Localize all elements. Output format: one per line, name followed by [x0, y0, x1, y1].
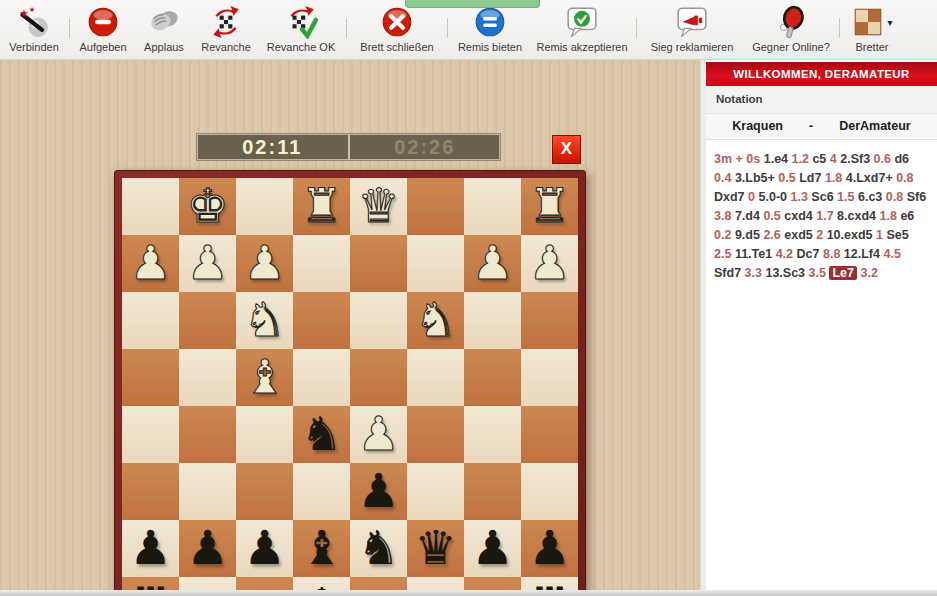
move[interactable]: 5.0-0	[759, 190, 788, 204]
white-pawn: ♟	[464, 235, 521, 292]
square-g6[interactable]	[179, 463, 236, 520]
square-b5[interactable]	[464, 406, 521, 463]
move-time: 0.4	[714, 171, 731, 185]
square-e3[interactable]	[293, 292, 350, 349]
magic-wand-icon: ★★	[17, 5, 51, 39]
close-board-x-button[interactable]: X	[552, 135, 581, 164]
square-h2[interactable]: ♟	[122, 235, 179, 292]
black-knight: ♞	[293, 406, 350, 463]
white-pawn: ♟	[350, 406, 407, 463]
move-time: 2.5	[714, 247, 731, 261]
move[interactable]: 13.Sc3	[765, 266, 805, 280]
claim-win-icon	[675, 5, 709, 39]
toolbar-button-remis-akzeptieren[interactable]: Remis akzeptieren	[530, 3, 634, 53]
move-time: 1.8	[880, 209, 897, 223]
black-pawn: ♟	[236, 520, 293, 577]
square-d2[interactable]	[350, 235, 407, 292]
white-knight: ♞	[407, 292, 464, 349]
square-e4[interactable]	[293, 349, 350, 406]
square-h5[interactable]	[122, 406, 179, 463]
square-a4[interactable]	[521, 349, 578, 406]
square-f5[interactable]	[236, 406, 293, 463]
white-bishop: ♝	[236, 349, 293, 406]
players-header: Kraquen - DerAmateur	[706, 114, 937, 140]
white-pawn: ♟	[179, 235, 236, 292]
black-pawn: ♟	[464, 520, 521, 577]
square-g2[interactable]: ♟	[179, 235, 236, 292]
opponent-online-icon	[774, 5, 808, 39]
move[interactable]: 4.Lxd7+	[846, 171, 893, 185]
clock-bar: 02:11 02:26	[196, 133, 501, 161]
toolbar-button-aufgeben[interactable]: Aufgeben	[72, 3, 134, 53]
square-e2[interactable]	[293, 235, 350, 292]
close-board-icon	[380, 5, 414, 39]
square-e7[interactable]: ♝	[293, 520, 350, 577]
applause-icon	[147, 5, 181, 39]
welcome-banner: WILLKOMMEN, DERAMATEUR	[706, 62, 937, 86]
black-bishop: ♝	[293, 520, 350, 577]
square-h7[interactable]: ♟	[122, 520, 179, 577]
white-pawn: ♟	[236, 235, 293, 292]
move[interactable]: 6.c3	[858, 190, 882, 204]
toolbar-button-label: Applaus	[144, 41, 184, 53]
square-b1[interactable]	[464, 178, 521, 235]
square-c3[interactable]: ♞	[407, 292, 464, 349]
toolbar-button-label: Gegner Online?	[752, 41, 830, 53]
notation-header: Notation	[706, 86, 937, 114]
move[interactable]: Dxd7	[714, 190, 745, 204]
square-c2[interactable]	[407, 235, 464, 292]
square-d5[interactable]: ♟	[350, 406, 407, 463]
toolbar-button-label: Brett schließen	[360, 41, 433, 53]
dropdown-caret-icon[interactable]: ▾	[887, 17, 892, 28]
white-queen: ♛	[350, 178, 407, 235]
white-pawn: ♟	[122, 235, 179, 292]
players-separator: -	[809, 114, 813, 139]
white-king: ♚	[179, 178, 236, 235]
move-time: 3.2	[860, 266, 877, 280]
toolbar-button-bretter[interactable]: ▾Bretter	[842, 3, 902, 53]
clock-own: 02:11	[197, 134, 350, 160]
toolbar-button-label: Remis akzeptieren	[536, 41, 627, 53]
square-g5[interactable]	[179, 406, 236, 463]
toolbar-button-sieg-reklamieren[interactable]: Sieg reklamieren	[639, 3, 745, 53]
rematch-icon	[209, 5, 243, 39]
move[interactable]: c5	[812, 152, 826, 166]
square-g7[interactable]: ♟	[179, 520, 236, 577]
move[interactable]: 7.d4	[735, 209, 760, 223]
square-c4[interactable]	[407, 349, 464, 406]
move[interactable]: Ld7	[799, 171, 821, 185]
move-time: 1.7	[816, 209, 833, 223]
black-queen: ♛	[407, 520, 464, 577]
move[interactable]: e6	[900, 209, 914, 223]
square-h1[interactable]	[122, 178, 179, 235]
move[interactable]: Sc6	[811, 190, 833, 204]
square-b6[interactable]	[464, 463, 521, 520]
toolbar-separator	[447, 18, 448, 38]
square-h3[interactable]	[122, 292, 179, 349]
move[interactable]: Dc7	[797, 247, 820, 261]
square-b2[interactable]: ♟	[464, 235, 521, 292]
square-h4[interactable]	[122, 349, 179, 406]
square-h6[interactable]	[122, 463, 179, 520]
square-d4[interactable]	[350, 349, 407, 406]
toolbar-button-revanche[interactable]: Revanche	[194, 3, 258, 53]
square-e5[interactable]: ♞	[293, 406, 350, 463]
move[interactable]: 3.Lb5+	[735, 171, 775, 185]
black-pawn: ♟	[521, 520, 578, 577]
toolbar-button-label: Revanche OK	[267, 41, 335, 53]
move[interactable]: Se5	[886, 228, 908, 242]
black-pawn: ♟	[122, 520, 179, 577]
toolbar-button-label: Verbinden	[9, 41, 59, 53]
square-d6[interactable]: ♟	[350, 463, 407, 520]
chess-board-frame: ♚♜♛♜♟♟♟♟♟♞♞♝♞♟♟♟♟♟♝♞♛♟♟♜♚♜	[114, 170, 586, 596]
toolbar-button-label: Aufgeben	[79, 41, 126, 53]
toolbar-button-label: Revanche	[201, 41, 251, 53]
square-c1[interactable]	[407, 178, 464, 235]
notification-strip	[405, 0, 540, 8]
move[interactable]: exd5	[784, 228, 813, 242]
square-b4[interactable]	[464, 349, 521, 406]
move-time: 3m + 0s	[714, 152, 760, 166]
square-b3[interactable]	[464, 292, 521, 349]
square-d7[interactable]: ♞	[350, 520, 407, 577]
chess-board[interactable]: ♚♜♛♜♟♟♟♟♟♞♞♝♞♟♟♟♟♟♝♞♛♟♟♜♚♜	[122, 178, 578, 596]
black-knight: ♞	[350, 520, 407, 577]
square-f6[interactable]	[236, 463, 293, 520]
move-time: 0.5	[763, 209, 780, 223]
toolbar-button-gegner-online[interactable]: Gegner Online?	[745, 3, 837, 53]
move-time: 2.6	[763, 228, 780, 242]
move[interactable]: 12.Lf4	[844, 247, 880, 261]
white-knight: ♞	[236, 292, 293, 349]
square-a2[interactable]: ♟	[521, 235, 578, 292]
white-pawn: ♟	[521, 235, 578, 292]
black-pawn: ♟	[350, 463, 407, 520]
move-time: 4.2	[776, 247, 793, 261]
move[interactable]: 10.exd5	[827, 228, 873, 242]
move-time: 1.2	[792, 152, 809, 166]
square-g4[interactable]	[179, 349, 236, 406]
svg-text:★: ★	[29, 5, 36, 14]
move[interactable]: Sf6	[907, 190, 926, 204]
move[interactable]: cxd4	[784, 209, 813, 223]
move-time: 0.8	[886, 190, 903, 204]
white-player-name: Kraquen	[732, 114, 783, 139]
toolbar: ★★VerbindenAufgebenApplausRevancheRevanc…	[0, 0, 937, 60]
square-g3[interactable]	[179, 292, 236, 349]
toolbar-button-label: Remis bieten	[458, 41, 522, 53]
square-b7[interactable]: ♟	[464, 520, 521, 577]
square-f7[interactable]: ♟	[236, 520, 293, 577]
toolbar-separator	[636, 18, 637, 38]
square-c5[interactable]	[407, 406, 464, 463]
resign-icon	[86, 5, 120, 39]
draw-offer-icon	[473, 5, 507, 39]
square-c7[interactable]: ♛	[407, 520, 464, 577]
square-d3[interactable]	[350, 292, 407, 349]
move-time: 0.6	[874, 152, 891, 166]
move-time: 4.5	[883, 247, 900, 261]
move[interactable]: 2.Sf3	[840, 152, 870, 166]
black-player-name: DerAmateur	[839, 114, 911, 139]
move-time: 1.5	[837, 190, 854, 204]
toolbar-separator	[839, 18, 840, 38]
move-time: 1.8	[825, 171, 842, 185]
square-a5[interactable]	[521, 406, 578, 463]
white-rook: ♜	[293, 178, 350, 235]
square-d1[interactable]: ♛	[350, 178, 407, 235]
move-time: 0.2	[714, 228, 731, 242]
toolbar-button-label: Bretter	[855, 41, 888, 53]
move-time: 0.5	[778, 171, 795, 185]
move-list: 3m + 0s 1.e4 1.2 c5 4 2.Sf3 0.6 d6 0.4 3…	[706, 140, 937, 283]
move-time: 3.3	[745, 266, 762, 280]
toolbar-separator	[346, 18, 347, 38]
toolbar-button-revanche-ok[interactable]: Revanche OK	[258, 3, 344, 53]
draw-accept-icon	[565, 5, 599, 39]
move-time: 8.8	[823, 247, 840, 261]
toolbar-button-label: Sieg reklamieren	[651, 41, 734, 53]
move-time: 1	[876, 228, 883, 242]
square-a7[interactable]: ♟	[521, 520, 578, 577]
square-g1[interactable]: ♚	[179, 178, 236, 235]
square-f4[interactable]: ♝	[236, 349, 293, 406]
move-time: 3.5	[809, 266, 826, 280]
toolbar-button-remis-bieten[interactable]: Remis bieten	[450, 3, 530, 53]
right-panel: WILLKOMMEN, DERAMATEUR Notation Kraquen …	[706, 60, 937, 596]
move[interactable]: Sfd7	[714, 266, 741, 280]
move-time: 0	[748, 190, 755, 204]
move[interactable]: 1.e4	[764, 152, 788, 166]
square-f1[interactable]	[236, 178, 293, 235]
boards-icon	[851, 5, 885, 39]
square-f2[interactable]: ♟	[236, 235, 293, 292]
rematch-ok-icon	[284, 5, 318, 39]
move-time: 4	[830, 152, 837, 166]
status-bar	[0, 590, 937, 596]
square-e6[interactable]	[293, 463, 350, 520]
current-move[interactable]: Le7	[829, 266, 857, 280]
square-a1[interactable]: ♜	[521, 178, 578, 235]
toolbar-button-brett-schliessen[interactable]: Brett schließen	[349, 3, 445, 53]
toolbar-button-applaus[interactable]: Applaus	[134, 3, 194, 53]
move-time: 3.8	[714, 209, 731, 223]
square-a3[interactable]	[521, 292, 578, 349]
move-time: 1.3	[790, 190, 807, 204]
playing-area-background: 02:11 02:26 X ♚♜♛♜♟♟♟♟♟♞♞♝♞♟♟♟♟♟♝♞♛♟♟♜♚♜	[0, 60, 706, 596]
black-pawn: ♟	[179, 520, 236, 577]
move[interactable]: 8.cxd4	[837, 209, 876, 223]
square-e1[interactable]: ♜	[293, 178, 350, 235]
square-a6[interactable]	[521, 463, 578, 520]
svg-text:★: ★	[19, 7, 29, 20]
move-time: 0.8	[896, 171, 913, 185]
clock-opponent: 02:26	[350, 134, 501, 160]
square-c6[interactable]	[407, 463, 464, 520]
move[interactable]: 9.d5	[735, 228, 760, 242]
toolbar-separator	[69, 18, 70, 38]
toolbar-button-verbinden[interactable]: ★★Verbinden	[1, 3, 67, 53]
square-f3[interactable]: ♞	[236, 292, 293, 349]
move-time: 2	[816, 228, 823, 242]
move[interactable]: 11.Te1	[735, 247, 772, 261]
move[interactable]: d6	[894, 152, 909, 166]
white-rook: ♜	[521, 178, 578, 235]
